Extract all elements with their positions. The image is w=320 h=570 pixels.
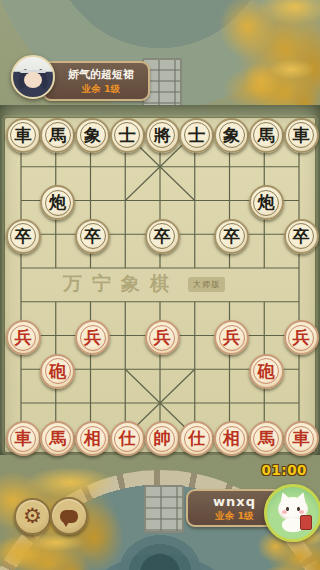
piece-black[interactable]: 車 <box>6 118 41 153</box>
watermark-badge: 大师版 <box>188 277 225 292</box>
game-screen: 万宁象棋 大师版 車馬象士將士象馬車炮炮卒卒卒卒卒兵兵兵兵兵砲砲車馬相仕帥仕相馬… <box>0 0 320 570</box>
player-timer: 01:00 <box>262 462 307 478</box>
opponent-avatar[interactable] <box>11 55 55 99</box>
piece-red[interactable]: 兵 <box>145 320 180 355</box>
piece-red[interactable]: 帥 <box>145 421 180 456</box>
piece-black[interactable]: 卒 <box>75 219 110 254</box>
piece-black[interactable]: 車 <box>284 118 319 153</box>
player-avatar[interactable] <box>264 484 320 542</box>
piece-black[interactable]: 炮 <box>249 185 284 220</box>
piece-black[interactable]: 卒 <box>6 219 41 254</box>
board-watermark: 万宁象棋 大师版 <box>63 271 225 297</box>
piece-black[interactable]: 士 <box>110 118 145 153</box>
board-playfield[interactable]: 万宁象棋 大师版 車馬象士將士象馬車炮炮卒卒卒卒卒兵兵兵兵兵砲砲車馬相仕帥仕相馬… <box>5 118 315 452</box>
piece-red[interactable]: 馬 <box>249 421 284 456</box>
piece-red[interactable]: 兵 <box>214 320 249 355</box>
piece-black[interactable]: 卒 <box>284 219 319 254</box>
gear-icon: ⚙ <box>23 506 42 527</box>
opponent-name-plate: 娇气的超短裙 业余 1级 <box>42 61 150 101</box>
piece-black[interactable]: 卒 <box>145 219 180 254</box>
settings-button[interactable]: ⚙ <box>14 498 51 535</box>
piece-red[interactable]: 兵 <box>75 320 110 355</box>
cat-sign <box>300 515 312 530</box>
board-frame: 万宁象棋 大师版 車馬象士將士象馬車炮炮卒卒卒卒卒兵兵兵兵兵砲砲車馬相仕帥仕相馬… <box>0 105 320 455</box>
cat-cheek <box>282 510 287 514</box>
piece-red[interactable]: 車 <box>6 421 41 456</box>
piece-red[interactable]: 仕 <box>110 421 145 456</box>
piece-black[interactable]: 卒 <box>214 219 249 254</box>
piece-red[interactable]: 兵 <box>284 320 319 355</box>
piece-black[interactable]: 馬 <box>249 118 284 153</box>
stone-path <box>144 485 184 533</box>
chat-bubble-icon <box>60 510 78 523</box>
chat-button[interactable] <box>50 497 88 535</box>
piece-black[interactable]: 士 <box>179 118 214 153</box>
piece-red[interactable]: 砲 <box>249 354 284 389</box>
piece-red[interactable]: 砲 <box>40 354 75 389</box>
piece-black[interactable]: 象 <box>75 118 110 153</box>
cat-cheek <box>299 510 304 514</box>
piece-red[interactable]: 車 <box>284 421 319 456</box>
piece-red[interactable]: 兵 <box>6 320 41 355</box>
piece-black[interactable]: 象 <box>214 118 249 153</box>
watermark-title: 万宁象棋 <box>63 271 179 297</box>
player-rank: 业余 1级 <box>215 510 253 523</box>
opponent-name: 娇气的超短裙 <box>68 67 134 82</box>
opponent-rank: 业余 1级 <box>82 83 120 96</box>
avatar-face <box>24 72 42 88</box>
piece-black[interactable]: 將 <box>145 118 180 153</box>
piece-black[interactable]: 馬 <box>40 118 75 153</box>
player-name: wnxq <box>213 494 256 509</box>
